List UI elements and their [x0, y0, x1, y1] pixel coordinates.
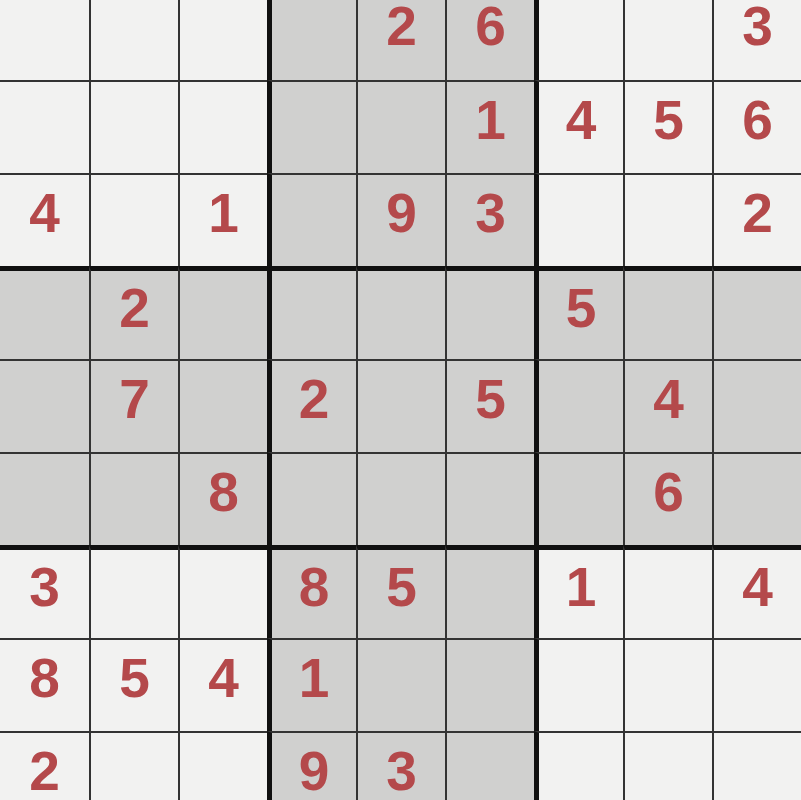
cell-r8c5[interactable] [356, 638, 445, 731]
cell-digit: 3 [29, 560, 60, 615]
cell-digit: 4 [653, 372, 684, 427]
cell-digit: 6 [475, 0, 506, 54]
cell-r4c3[interactable] [178, 266, 267, 359]
cell-r5c8[interactable]: 4 [623, 359, 712, 452]
cell-digit: 9 [386, 186, 417, 241]
cell-digit: 8 [29, 651, 60, 706]
cell-digit: 3 [742, 0, 773, 54]
cell-digit: 4 [29, 186, 60, 241]
cell-r9c2[interactable] [89, 731, 178, 800]
cell-r9c6[interactable] [445, 731, 534, 800]
cell-r6c5[interactable] [356, 452, 445, 545]
cell-digit: 5 [653, 93, 684, 148]
cell-digit: 3 [475, 186, 506, 241]
cell-r2c3[interactable] [178, 80, 267, 173]
cell-digit: 5 [566, 281, 597, 336]
cell-r1c7[interactable] [534, 0, 623, 80]
cell-r2c2[interactable] [89, 80, 178, 173]
cell-digit: 1 [566, 560, 597, 615]
cell-digit: 2 [299, 372, 330, 427]
cell-r3c4[interactable] [267, 173, 356, 266]
cell-r1c2[interactable] [89, 0, 178, 80]
cell-r3c5[interactable]: 9 [356, 173, 445, 266]
cell-r1c1[interactable] [0, 0, 89, 80]
cell-r7c7[interactable]: 1 [534, 545, 623, 638]
cell-r8c7[interactable] [534, 638, 623, 731]
cell-digit: 4 [208, 651, 239, 706]
cell-r8c3[interactable]: 4 [178, 638, 267, 731]
sudoku-screen: 26314564193225725486385148541293 [0, 0, 801, 800]
cell-r1c6[interactable]: 6 [445, 0, 534, 80]
cell-r9c4[interactable]: 9 [267, 731, 356, 800]
cell-digit: 5 [386, 560, 417, 615]
sudoku-board: 26314564193225725486385148541293 [0, 0, 801, 800]
cell-r7c9[interactable]: 4 [712, 545, 801, 638]
cell-r5c1[interactable] [0, 359, 89, 452]
cell-r4c7[interactable]: 5 [534, 266, 623, 359]
cell-r2c1[interactable] [0, 80, 89, 173]
cell-r8c8[interactable] [623, 638, 712, 731]
cell-r7c8[interactable] [623, 545, 712, 638]
cell-r5c9[interactable] [712, 359, 801, 452]
cell-digit: 4 [742, 560, 773, 615]
cell-r6c7[interactable] [534, 452, 623, 545]
cell-r3c6[interactable]: 3 [445, 173, 534, 266]
cell-r8c1[interactable]: 8 [0, 638, 89, 731]
cell-r4c6[interactable] [445, 266, 534, 359]
cell-digit: 2 [119, 281, 150, 336]
cell-r6c9[interactable] [712, 452, 801, 545]
cell-r5c2[interactable]: 7 [89, 359, 178, 452]
cell-r1c8[interactable] [623, 0, 712, 80]
cell-r3c7[interactable] [534, 173, 623, 266]
cell-r2c8[interactable]: 5 [623, 80, 712, 173]
cell-r6c4[interactable] [267, 452, 356, 545]
cell-digit: 8 [299, 560, 330, 615]
cell-digit: 5 [475, 372, 506, 427]
cell-r9c7[interactable] [534, 731, 623, 800]
cell-r4c4[interactable] [267, 266, 356, 359]
cell-digit: 6 [742, 93, 773, 148]
cell-r6c2[interactable] [89, 452, 178, 545]
cell-r5c4[interactable]: 2 [267, 359, 356, 452]
cell-digit: 1 [208, 186, 239, 241]
cell-r6c8[interactable]: 6 [623, 452, 712, 545]
cell-r1c9[interactable]: 3 [712, 0, 801, 80]
cell-r5c5[interactable] [356, 359, 445, 452]
cell-r5c3[interactable] [178, 359, 267, 452]
cell-r9c9[interactable] [712, 731, 801, 800]
cell-digit: 3 [386, 744, 417, 799]
cell-r7c4[interactable]: 8 [267, 545, 356, 638]
cell-digit: 6 [653, 465, 684, 520]
cell-r7c6[interactable] [445, 545, 534, 638]
cell-r6c6[interactable] [445, 452, 534, 545]
cell-r3c1[interactable]: 4 [0, 173, 89, 266]
cell-r4c5[interactable] [356, 266, 445, 359]
cell-digit: 5 [119, 651, 150, 706]
cell-r6c3[interactable]: 8 [178, 452, 267, 545]
cell-r2c6[interactable]: 1 [445, 80, 534, 173]
cell-r7c1[interactable]: 3 [0, 545, 89, 638]
cell-r7c3[interactable] [178, 545, 267, 638]
cell-r8c6[interactable] [445, 638, 534, 731]
cell-r8c9[interactable] [712, 638, 801, 731]
cell-r9c8[interactable] [623, 731, 712, 800]
cell-r1c4[interactable] [267, 0, 356, 80]
cell-r6c1[interactable] [0, 452, 89, 545]
cell-r1c5[interactable]: 2 [356, 0, 445, 80]
cell-r3c9[interactable]: 2 [712, 173, 801, 266]
cell-r4c2[interactable]: 2 [89, 266, 178, 359]
cell-digit: 1 [299, 651, 330, 706]
cell-r4c9[interactable] [712, 266, 801, 359]
cell-r5c7[interactable] [534, 359, 623, 452]
cell-digit: 7 [119, 372, 150, 427]
cell-digit: 4 [566, 93, 597, 148]
cell-r7c5[interactable]: 5 [356, 545, 445, 638]
cell-r2c7[interactable]: 4 [534, 80, 623, 173]
cell-digit: 2 [742, 186, 773, 241]
cell-r2c5[interactable] [356, 80, 445, 173]
cell-r4c8[interactable] [623, 266, 712, 359]
cell-r1c3[interactable] [178, 0, 267, 80]
cell-digit: 2 [386, 0, 417, 54]
cell-r2c9[interactable]: 6 [712, 80, 801, 173]
cell-digit: 2 [29, 744, 60, 799]
cell-r4c1[interactable] [0, 266, 89, 359]
cell-r9c5[interactable]: 3 [356, 731, 445, 800]
cell-digit: 1 [475, 93, 506, 148]
cell-digit: 9 [299, 744, 330, 799]
cell-r2c4[interactable] [267, 80, 356, 173]
cell-r8c4[interactable]: 1 [267, 638, 356, 731]
cell-r5c6[interactable]: 5 [445, 359, 534, 452]
cell-r9c3[interactable] [178, 731, 267, 800]
cell-r9c1[interactable]: 2 [0, 731, 89, 800]
cell-r3c2[interactable] [89, 173, 178, 266]
cell-r8c2[interactable]: 5 [89, 638, 178, 731]
cell-r7c2[interactable] [89, 545, 178, 638]
cell-r3c8[interactable] [623, 173, 712, 266]
cell-digit: 8 [208, 465, 239, 520]
cell-r3c3[interactable]: 1 [178, 173, 267, 266]
